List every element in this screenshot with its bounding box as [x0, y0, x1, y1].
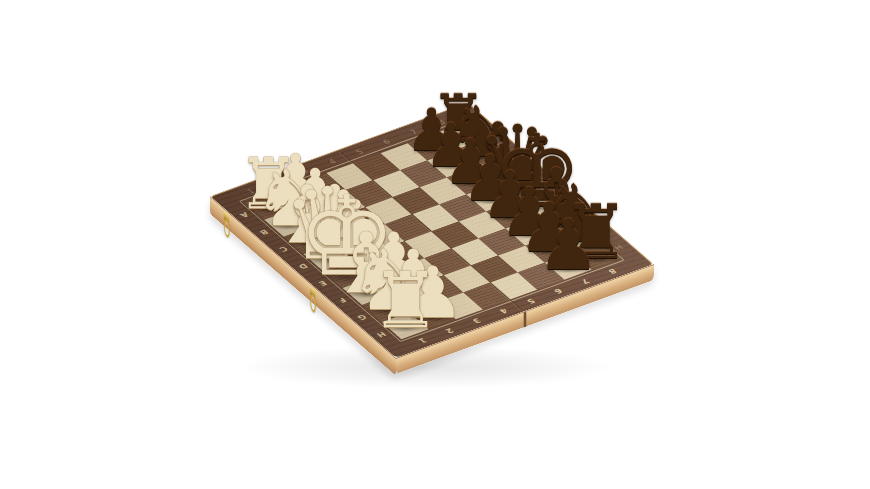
piece-black-pawn[interactable]: ♟	[537, 210, 599, 280]
chess-set-product-photo: AABBCCDDEEFFGGHH1122334455667788 ♜♟♞♟♝♟♛…	[0, 0, 870, 489]
rank-label: 5	[525, 297, 537, 304]
rank-label: 3	[471, 317, 483, 324]
rank-label-far: 5	[354, 148, 365, 155]
brass-clasp-icon	[224, 211, 229, 238]
rank-label-far: 6	[381, 138, 392, 145]
rank-label: 6	[552, 288, 564, 295]
pieces-layer: ♜♟♞♟♝♟♛♟♟♚♜♟♟♝♞♟♟♞♝♟♟♜♛♟♟♚♟♝♟♞♟♜	[0, 0, 870, 489]
fold-seam-edge	[524, 311, 527, 327]
piece-white-rook[interactable]: ♜	[371, 263, 440, 340]
rank-label: 4	[498, 307, 510, 314]
